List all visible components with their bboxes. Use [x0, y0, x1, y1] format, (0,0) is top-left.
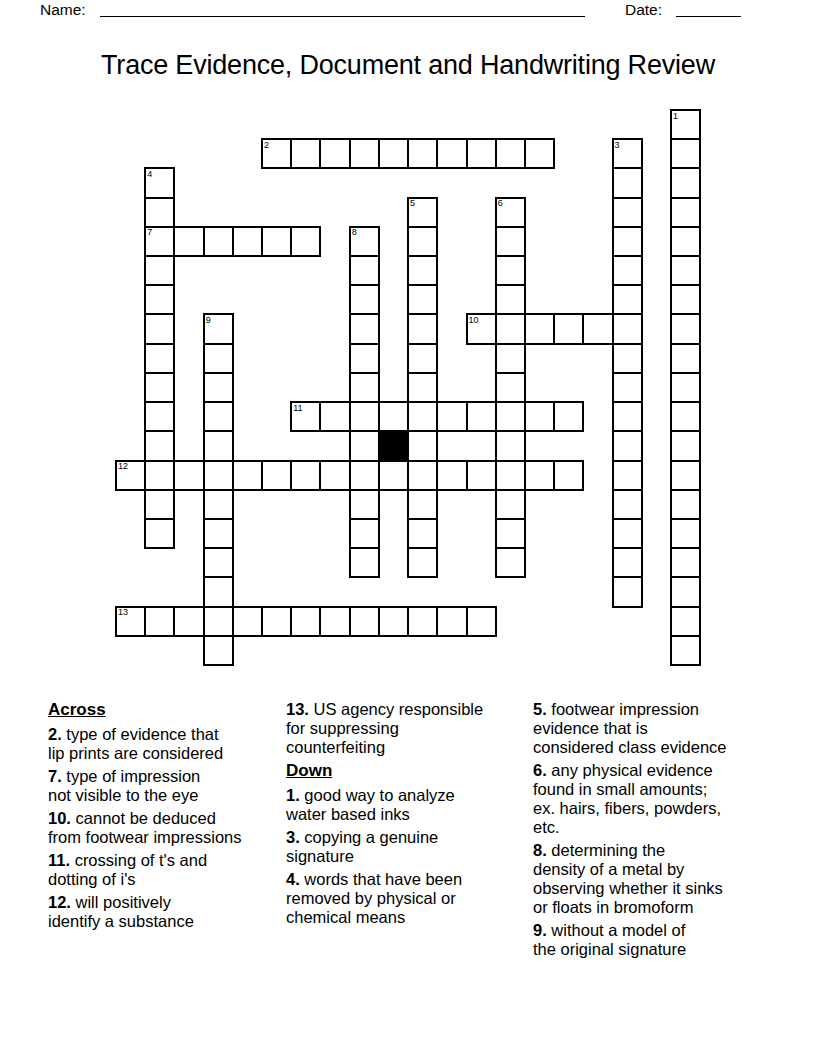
clue-number-label: 6.	[533, 761, 551, 779]
date-field-line[interactable]	[676, 0, 741, 17]
grid-cell-r6c10[interactable]	[408, 285, 437, 314]
clue-number-7: 7	[147, 228, 152, 237]
grid-cell-r14c17[interactable]	[613, 519, 642, 548]
clue-column-2: 13. US agency responsiblefor suppressing…	[286, 700, 532, 931]
grid-cell-r3c17[interactable]	[613, 198, 642, 227]
grid-cell-r11c1[interactable]	[145, 431, 174, 460]
grid-cell-r4c2[interactable]	[174, 227, 203, 256]
grid-cell-r15c8[interactable]	[350, 548, 379, 577]
grid-cell-r12c2[interactable]	[174, 461, 203, 490]
grid-cell-r12c6[interactable]	[291, 461, 320, 490]
clue-12: 12. will positivelyidentify a substance	[48, 893, 286, 931]
grid-cell-r16c19[interactable]	[671, 577, 700, 606]
grid-cell-r15c17[interactable]	[613, 548, 642, 577]
grid-cell-r15c19[interactable]	[671, 548, 700, 577]
grid-cell-r17c2[interactable]	[174, 607, 203, 636]
grid-cell-r12c15[interactable]	[554, 461, 583, 490]
grid-cell-r17c6[interactable]	[291, 607, 320, 636]
grid-cell-r15c13[interactable]	[496, 548, 525, 577]
crossword-board: 12345678910111213	[116, 110, 701, 666]
grid-cell-r1c9[interactable]	[379, 139, 408, 168]
grid-cell-r5c1[interactable]	[145, 256, 174, 285]
clue-11: 11. crossing of t's anddotting of i's	[48, 851, 286, 889]
grid-cell-r13c13[interactable]	[496, 490, 525, 519]
grid-cell-r17c5[interactable]	[262, 607, 291, 636]
page-title: Trace Evidence, Document and Handwriting…	[0, 50, 816, 81]
grid-cell-r12c12[interactable]	[467, 461, 496, 490]
grid-cell-r8c17[interactable]	[613, 344, 642, 373]
clue-number-label: 5.	[533, 700, 551, 718]
grid-cell-r11c17[interactable]	[613, 431, 642, 460]
grid-cell-r1c13[interactable]	[496, 139, 525, 168]
grid-cell-r4c10[interactable]	[408, 227, 437, 256]
grid-cell-r18c19[interactable]	[671, 636, 700, 665]
grid-cell-r13c19[interactable]	[671, 490, 700, 519]
grid-cell-r10c1[interactable]	[145, 402, 174, 431]
grid-cell-r9c1[interactable]	[145, 373, 174, 402]
clue-number-11: 11	[293, 404, 302, 413]
grid-cell-r7c14[interactable]	[525, 314, 554, 343]
clue-number-13: 13	[118, 608, 128, 617]
grid-cell-r6c1[interactable]	[145, 285, 174, 314]
clue-number-4: 4	[147, 170, 152, 179]
clue-number-label: 12.	[48, 893, 76, 911]
grid-cell-r10c9[interactable]	[379, 402, 408, 431]
grid-cell-r4c4[interactable]	[233, 227, 262, 256]
grid-cell-r13c17[interactable]	[613, 490, 642, 519]
grid-cell-r12c10[interactable]	[408, 461, 437, 490]
grid-cell-r7c19[interactable]	[671, 314, 700, 343]
clue-number-label: 10.	[48, 809, 76, 827]
clue-column-3: 5. footwear impressionevidence that isco…	[533, 700, 785, 963]
grid-cell-r18c3[interactable]	[204, 636, 233, 665]
grid-cell-r9c3[interactable]	[204, 373, 233, 402]
grid-cell-r9c19[interactable]	[671, 373, 700, 402]
grid-cell-r12c1[interactable]	[145, 461, 174, 490]
grid-cell-r12c7[interactable]	[320, 461, 349, 490]
grid-cell-r1c12[interactable]	[467, 139, 496, 168]
grid-cell-r1c14[interactable]	[525, 139, 554, 168]
grid-cell-r9c17[interactable]	[613, 373, 642, 402]
grid-cell-r7c1[interactable]	[145, 314, 174, 343]
clue-number-label: 8.	[533, 841, 551, 859]
clue-7: 7. type of impressionnot visible to the …	[48, 767, 286, 805]
clue-number-label: 1.	[286, 786, 304, 804]
grid-cell-r8c3[interactable]	[204, 344, 233, 373]
grid-cell-r8c19[interactable]	[671, 344, 700, 373]
clue-number-8: 8	[352, 228, 357, 237]
grid-cell-r10c8[interactable]	[350, 402, 379, 431]
grid-cell-r17c1[interactable]	[145, 607, 174, 636]
grid-cell-r12c11[interactable]	[437, 461, 466, 490]
clue-10: 10. cannot be deducedfrom footwear impre…	[48, 809, 286, 847]
worksheet-page: Name: Date: Trace Evidence, Document and…	[0, 0, 816, 1056]
grid-cell-r9c10[interactable]	[408, 373, 437, 402]
grid-cell-r10c3[interactable]	[204, 402, 233, 431]
grid-cell-r10c10[interactable]	[408, 402, 437, 431]
clue-13: 13. US agency responsiblefor suppressing…	[286, 700, 532, 757]
grid-cell-r14c10[interactable]	[408, 519, 437, 548]
grid-cell-r15c3[interactable]	[204, 548, 233, 577]
clue-2: 2. type of evidence thatlip prints are c…	[48, 725, 286, 763]
grid-cell-r5c10[interactable]	[408, 256, 437, 285]
grid-cell-r6c13[interactable]	[496, 285, 525, 314]
grid-cell-r11c8[interactable]	[350, 431, 379, 460]
grid-cell-r17c8[interactable]	[350, 607, 379, 636]
grid-cell-r16c17[interactable]	[613, 577, 642, 606]
grid-cell-r1c7[interactable]	[320, 139, 349, 168]
grid-cell-r3c1[interactable]	[145, 198, 174, 227]
grid-cell-r14c3[interactable]	[204, 519, 233, 548]
grid-cell-r6c17[interactable]	[613, 285, 642, 314]
clue-number-1: 1	[673, 112, 678, 121]
clue-number-9: 9	[206, 316, 211, 325]
grid-cell-r1c10[interactable]	[408, 139, 437, 168]
clue-number-label: 9.	[533, 921, 551, 939]
down-heading: Down	[286, 761, 532, 780]
grid-cell-r14c13[interactable]	[496, 519, 525, 548]
grid-cell-r11c3[interactable]	[204, 431, 233, 460]
across-heading: Across	[48, 700, 286, 719]
grid-cell-r7c8[interactable]	[350, 314, 379, 343]
grid-cell-r8c8[interactable]	[350, 344, 379, 373]
clue-5: 5. footwear impressionevidence that isco…	[533, 700, 785, 757]
grid-cell-r7c17[interactable]	[613, 314, 642, 343]
grid-cell-r2c19[interactable]	[671, 168, 700, 197]
clue-number-10: 10	[469, 316, 479, 325]
grid-cell-r9c8[interactable]	[350, 373, 379, 402]
grid-cell-r14c1[interactable]	[145, 519, 174, 548]
grid-cell-r12c4[interactable]	[233, 461, 262, 490]
grid-cell-r14c19[interactable]	[671, 519, 700, 548]
grid-cell-r16c3[interactable]	[204, 577, 233, 606]
clue-number-3: 3	[615, 141, 620, 150]
grid-cell-r6c19[interactable]	[671, 285, 700, 314]
grid-cell-r10c17[interactable]	[613, 402, 642, 431]
clue-number-label: 4.	[286, 870, 304, 888]
name-label: Name:	[40, 1, 86, 19]
grid-cell-r10c19[interactable]	[671, 402, 700, 431]
grid-cell-r10c14[interactable]	[525, 402, 554, 431]
grid-cell-r4c13[interactable]	[496, 227, 525, 256]
grid-cell-r12c5[interactable]	[262, 461, 291, 490]
grid-cell-r17c7[interactable]	[320, 607, 349, 636]
grid-cell-r15c10[interactable]	[408, 548, 437, 577]
grid-cell-r8c10[interactable]	[408, 344, 437, 373]
clue-number-label: 11.	[48, 851, 75, 869]
grid-cell-r10c11[interactable]	[437, 402, 466, 431]
clue-number-label: 7.	[48, 767, 66, 785]
grid-cell-r5c19[interactable]	[671, 256, 700, 285]
grid-cell-r3c19[interactable]	[671, 198, 700, 227]
grid-cell-r7c10[interactable]	[408, 314, 437, 343]
grid-cell-r6c8[interactable]	[350, 285, 379, 314]
clue-9: 9. without a model ofthe original signat…	[533, 921, 785, 959]
grid-cell-r9c13[interactable]	[496, 373, 525, 402]
grid-cell-r1c8[interactable]	[350, 139, 379, 168]
grid-cell-r17c11[interactable]	[437, 607, 466, 636]
grid-cell-r12c14[interactable]	[525, 461, 554, 490]
grid-cell-r7c13[interactable]	[496, 314, 525, 343]
grid-cell-r7c15[interactable]	[554, 314, 583, 343]
clue-4: 4. words that have beenremoved by physic…	[286, 870, 532, 927]
grid-cell-r5c13[interactable]	[496, 256, 525, 285]
clue-1: 1. good way to analyzewater based inks	[286, 786, 532, 824]
grid-cell-r13c1[interactable]	[145, 490, 174, 519]
grid-cell-r12c17[interactable]	[613, 461, 642, 490]
grid-cell-r11c13[interactable]	[496, 431, 525, 460]
grid-cell-r4c6[interactable]	[291, 227, 320, 256]
grid-cell-r13c8[interactable]	[350, 490, 379, 519]
grid-cell-r10c12[interactable]	[467, 402, 496, 431]
grid-cell-r17c9[interactable]	[379, 607, 408, 636]
grid-cell-r1c19[interactable]	[671, 139, 700, 168]
grid-cell-r4c17[interactable]	[613, 227, 642, 256]
clue-number-label: 3.	[286, 828, 304, 846]
clue-6: 6. any physical evidencefound in small a…	[533, 761, 785, 837]
grid-cell-r12c8[interactable]	[350, 461, 379, 490]
clue-column-1: Across2. type of evidence thatlip prints…	[48, 700, 286, 935]
grid-cell-r10c15[interactable]	[554, 402, 583, 431]
grid-cell-r13c10[interactable]	[408, 490, 437, 519]
grid-cell-r8c1[interactable]	[145, 344, 174, 373]
grid-cell-r12c9[interactable]	[379, 461, 408, 490]
grid-cell-r10c7[interactable]	[320, 402, 349, 431]
grid-cell-r4c5[interactable]	[262, 227, 291, 256]
blocked-cell	[379, 431, 408, 460]
grid-cell-r17c12[interactable]	[467, 607, 496, 636]
grid-cell-r4c19[interactable]	[671, 227, 700, 256]
date-label: Date:	[625, 1, 662, 19]
grid-cell-r17c4[interactable]	[233, 607, 262, 636]
grid-cell-r2c17[interactable]	[613, 168, 642, 197]
grid-cell-r12c3[interactable]	[204, 461, 233, 490]
clue-number-2: 2	[264, 141, 269, 150]
grid-cell-r4c3[interactable]	[204, 227, 233, 256]
grid-cell-r17c3[interactable]	[204, 607, 233, 636]
grid-cell-r14c8[interactable]	[350, 519, 379, 548]
clue-number-5: 5	[410, 199, 415, 208]
name-field-line[interactable]	[100, 0, 585, 17]
grid-cell-r10c13[interactable]	[496, 402, 525, 431]
grid-cell-r12c19[interactable]	[671, 461, 700, 490]
grid-cell-r17c19[interactable]	[671, 607, 700, 636]
grid-cell-r13c3[interactable]	[204, 490, 233, 519]
grid-cell-r5c17[interactable]	[613, 256, 642, 285]
grid-cell-r7c16[interactable]	[583, 314, 612, 343]
clue-3: 3. copying a genuinesignature	[286, 828, 532, 866]
grid-cell-r1c11[interactable]	[437, 139, 466, 168]
grid-cell-r17c10[interactable]	[408, 607, 437, 636]
clue-number-12: 12	[118, 462, 128, 471]
clue-number-6: 6	[498, 199, 503, 208]
clue-number-label: 2.	[48, 725, 66, 743]
grid-cell-r12c13[interactable]	[496, 461, 525, 490]
clue-number-label: 13.	[286, 700, 314, 718]
grid-cell-r11c19[interactable]	[671, 431, 700, 460]
grid-cell-r8c13[interactable]	[496, 344, 525, 373]
grid-cell-r5c8[interactable]	[350, 256, 379, 285]
clue-8: 8. determining thedensity of a metal byo…	[533, 841, 785, 917]
grid-cell-r1c6[interactable]	[291, 139, 320, 168]
grid-cell-r11c10[interactable]	[408, 431, 437, 460]
